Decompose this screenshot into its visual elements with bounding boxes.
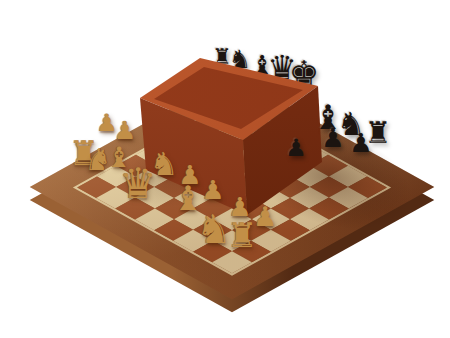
product-photo-stage: ♜♞♟♝♟♛♞♟♝♟♞♟♜♟♜♞♝♛♚♝♞♟♟♜♟ [0,0,450,338]
white-pawn[interactable]: ♟ [201,177,224,203]
white-knight[interactable]: ♞ [85,145,112,175]
black-pawn[interactable]: ♟ [349,130,372,156]
white-rook[interactable]: ♜ [227,218,257,252]
white-pawn[interactable]: ♟ [114,118,136,143]
black-pawn[interactable]: ♟ [321,125,344,151]
white-queen[interactable]: ♛ [119,163,157,205]
black-pawn[interactable]: ♟ [285,136,307,160]
